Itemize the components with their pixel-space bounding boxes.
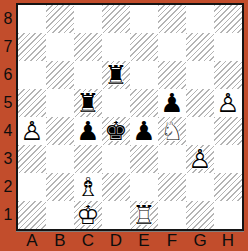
- square-h8[interactable]: [214, 5, 242, 33]
- square-a3[interactable]: [18, 145, 46, 173]
- square-f8[interactable]: [158, 5, 186, 33]
- piece-white-bishop[interactable]: ♝♗: [74, 173, 102, 201]
- file-labels: ABCDEFGH: [18, 231, 242, 251]
- file-label-f: F: [158, 231, 186, 251]
- rank-label-6: 6: [0, 61, 16, 89]
- pawn-glyph: ♟: [130, 117, 158, 145]
- piece-black-pawn[interactable]: ♟: [158, 89, 186, 117]
- king-glyph: ♚: [102, 117, 130, 145]
- pawn-glyph: ♙: [18, 117, 46, 145]
- square-a1[interactable]: [18, 201, 46, 229]
- square-a4[interactable]: ♟♙: [18, 117, 46, 145]
- square-b5[interactable]: [46, 89, 74, 117]
- square-g3[interactable]: ♟♙: [186, 145, 214, 173]
- square-b1[interactable]: [46, 201, 74, 229]
- piece-black-pawn[interactable]: ♟: [74, 117, 102, 145]
- square-g7[interactable]: [186, 33, 214, 61]
- file-label-b: B: [46, 231, 74, 251]
- square-a7[interactable]: [18, 33, 46, 61]
- square-f1[interactable]: [158, 201, 186, 229]
- file-label-c: C: [74, 231, 102, 251]
- file-label-h: H: [214, 231, 242, 251]
- pawn-glyph: ♟: [158, 89, 186, 117]
- rank-label-4: 4: [0, 117, 16, 145]
- file-label-d: D: [102, 231, 130, 251]
- file-label-a: A: [18, 231, 46, 251]
- rook-glyph: ♜: [74, 89, 102, 117]
- rank-label-5: 5: [0, 89, 16, 117]
- square-h4[interactable]: [214, 117, 242, 145]
- rank-label-3: 3: [0, 145, 16, 173]
- rook-glyph: ♜: [102, 61, 130, 89]
- rank-labels: 87654321: [0, 5, 16, 229]
- square-c5[interactable]: ♜: [74, 89, 102, 117]
- piece-white-pawn[interactable]: ♟♙: [186, 145, 214, 173]
- square-a2[interactable]: [18, 173, 46, 201]
- square-c6[interactable]: [74, 61, 102, 89]
- square-b8[interactable]: [46, 5, 74, 33]
- square-g1[interactable]: [186, 201, 214, 229]
- square-h3[interactable]: [214, 145, 242, 173]
- rook-glyph: ♖: [130, 201, 158, 229]
- square-c1[interactable]: ♚♔: [74, 201, 102, 229]
- square-e8[interactable]: [130, 5, 158, 33]
- square-d5[interactable]: [102, 89, 130, 117]
- square-d6[interactable]: ♜: [102, 61, 130, 89]
- piece-black-rook[interactable]: ♜: [74, 89, 102, 117]
- square-e7[interactable]: [130, 33, 158, 61]
- knight-glyph: ♘: [158, 117, 186, 145]
- square-h5[interactable]: ♟♙: [214, 89, 242, 117]
- square-h6[interactable]: [214, 61, 242, 89]
- square-f3[interactable]: [158, 145, 186, 173]
- square-d8[interactable]: [102, 5, 130, 33]
- piece-black-pawn[interactable]: ♟: [130, 117, 158, 145]
- square-f5[interactable]: ♟: [158, 89, 186, 117]
- square-g6[interactable]: [186, 61, 214, 89]
- square-b6[interactable]: [46, 61, 74, 89]
- piece-white-king[interactable]: ♚♔: [74, 201, 102, 229]
- square-h7[interactable]: [214, 33, 242, 61]
- pawn-glyph: ♙: [186, 145, 214, 173]
- square-b7[interactable]: [46, 33, 74, 61]
- pawn-glyph: ♙: [214, 89, 242, 117]
- bishop-glyph: ♗: [74, 173, 102, 201]
- piece-white-rook[interactable]: ♜♖: [130, 201, 158, 229]
- square-f4[interactable]: ♞♘: [158, 117, 186, 145]
- square-g2[interactable]: [186, 173, 214, 201]
- piece-white-pawn[interactable]: ♟♙: [18, 117, 46, 145]
- square-e6[interactable]: [130, 61, 158, 89]
- piece-white-pawn[interactable]: ♟♙: [214, 89, 242, 117]
- square-e2[interactable]: [130, 173, 158, 201]
- square-c3[interactable]: [74, 145, 102, 173]
- square-g4[interactable]: [186, 117, 214, 145]
- rank-label-2: 2: [0, 173, 16, 201]
- file-label-e: E: [130, 231, 158, 251]
- square-h1[interactable]: [214, 201, 242, 229]
- square-d4[interactable]: ♚: [102, 117, 130, 145]
- square-f7[interactable]: [158, 33, 186, 61]
- square-d7[interactable]: [102, 33, 130, 61]
- square-a6[interactable]: [18, 61, 46, 89]
- square-d1[interactable]: [102, 201, 130, 229]
- square-c2[interactable]: ♝♗: [74, 173, 102, 201]
- pawn-glyph: ♟: [74, 117, 102, 145]
- rank-label-7: 7: [0, 33, 16, 61]
- square-c4[interactable]: ♟: [74, 117, 102, 145]
- king-glyph: ♔: [74, 201, 102, 229]
- square-e3[interactable]: [130, 145, 158, 173]
- square-h2[interactable]: [214, 173, 242, 201]
- square-a8[interactable]: [18, 5, 46, 33]
- square-c8[interactable]: [74, 5, 102, 33]
- piece-black-king[interactable]: ♚: [102, 117, 130, 145]
- rank-label-8: 8: [0, 5, 16, 33]
- chess-board[interactable]: ♜♜♟♟♙♟♙♟♚♟♞♘♟♙♝♗♚♔♜♖: [16, 3, 244, 231]
- chess-diagram: 87654321 ♜♜♟♟♙♟♙♟♚♟♞♘♟♙♝♗♚♔♜♖ ABCDEFGH: [0, 0, 248, 251]
- square-d3[interactable]: [102, 145, 130, 173]
- square-e4[interactable]: ♟: [130, 117, 158, 145]
- square-b3[interactable]: [46, 145, 74, 173]
- square-g8[interactable]: [186, 5, 214, 33]
- square-d2[interactable]: [102, 173, 130, 201]
- square-e1[interactable]: ♜♖: [130, 201, 158, 229]
- square-f2[interactable]: [158, 173, 186, 201]
- square-f6[interactable]: [158, 61, 186, 89]
- square-a5[interactable]: [18, 89, 46, 117]
- square-e5[interactable]: [130, 89, 158, 117]
- square-c7[interactable]: [74, 33, 102, 61]
- file-label-g: G: [186, 231, 214, 251]
- piece-white-knight[interactable]: ♞♘: [158, 117, 186, 145]
- rank-label-1: 1: [0, 201, 16, 229]
- square-g5[interactable]: [186, 89, 214, 117]
- square-b2[interactable]: [46, 173, 74, 201]
- square-b4[interactable]: [46, 117, 74, 145]
- piece-black-rook[interactable]: ♜: [102, 61, 130, 89]
